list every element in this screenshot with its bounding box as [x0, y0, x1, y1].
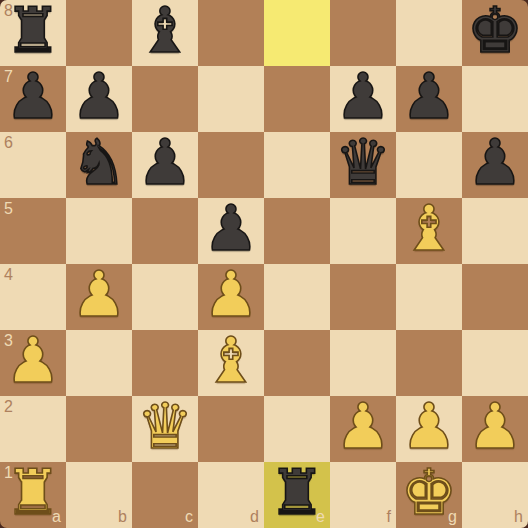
- piece-black-pawn[interactable]: ♟: [335, 64, 391, 130]
- square-b8[interactable]: [66, 0, 132, 66]
- square-c8[interactable]: ♝: [132, 0, 198, 66]
- piece-black-rook[interactable]: ♜: [5, 0, 61, 64]
- file-label-f: f: [387, 509, 391, 525]
- rank-label-4: 4: [4, 267, 13, 283]
- square-g7[interactable]: ♟: [396, 66, 462, 132]
- piece-white-pawn[interactable]: ♟: [5, 328, 61, 394]
- piece-white-pawn[interactable]: ♟: [203, 262, 259, 328]
- board-grid: ♜8♝♚♟7♟♟♟6♞♟♛♟5♟♝4♟♟♟3♝2♛♟♟♟♜1abcd♜ef♚gh: [0, 0, 528, 528]
- square-a7[interactable]: ♟7: [0, 66, 66, 132]
- square-g6[interactable]: [396, 132, 462, 198]
- piece-black-pawn[interactable]: ♟: [401, 64, 457, 130]
- square-h5[interactable]: [462, 198, 528, 264]
- piece-black-rook[interactable]: ♜: [269, 460, 325, 526]
- square-b3[interactable]: [66, 330, 132, 396]
- square-c1[interactable]: c: [132, 462, 198, 528]
- square-g5[interactable]: ♝: [396, 198, 462, 264]
- piece-white-pawn[interactable]: ♟: [467, 394, 523, 460]
- file-label-b: b: [118, 509, 127, 525]
- square-e5[interactable]: [264, 198, 330, 264]
- piece-white-pawn[interactable]: ♟: [71, 262, 127, 328]
- piece-black-queen[interactable]: ♛: [335, 130, 391, 196]
- square-f6[interactable]: ♛: [330, 132, 396, 198]
- square-a8[interactable]: ♜8: [0, 0, 66, 66]
- square-g1[interactable]: ♚g: [396, 462, 462, 528]
- square-a3[interactable]: ♟3: [0, 330, 66, 396]
- square-c5[interactable]: [132, 198, 198, 264]
- square-e1[interactable]: ♜e: [264, 462, 330, 528]
- piece-black-pawn[interactable]: ♟: [5, 64, 61, 130]
- square-g2[interactable]: ♟: [396, 396, 462, 462]
- square-b5[interactable]: [66, 198, 132, 264]
- rank-label-6: 6: [4, 135, 13, 151]
- square-h6[interactable]: ♟: [462, 132, 528, 198]
- piece-black-pawn[interactable]: ♟: [71, 64, 127, 130]
- square-f7[interactable]: ♟: [330, 66, 396, 132]
- square-c6[interactable]: ♟: [132, 132, 198, 198]
- square-f1[interactable]: f: [330, 462, 396, 528]
- square-d7[interactable]: [198, 66, 264, 132]
- square-a4[interactable]: 4: [0, 264, 66, 330]
- square-e4[interactable]: [264, 264, 330, 330]
- square-h2[interactable]: ♟: [462, 396, 528, 462]
- square-e7[interactable]: [264, 66, 330, 132]
- square-f3[interactable]: [330, 330, 396, 396]
- piece-white-rook[interactable]: ♜: [5, 460, 61, 526]
- square-a2[interactable]: 2: [0, 396, 66, 462]
- square-f8[interactable]: [330, 0, 396, 66]
- square-e8[interactable]: [264, 0, 330, 66]
- square-c2[interactable]: ♛: [132, 396, 198, 462]
- square-d5[interactable]: ♟: [198, 198, 264, 264]
- piece-white-king[interactable]: ♚: [401, 460, 457, 526]
- square-d2[interactable]: [198, 396, 264, 462]
- square-d4[interactable]: ♟: [198, 264, 264, 330]
- square-f5[interactable]: [330, 198, 396, 264]
- piece-white-pawn[interactable]: ♟: [335, 394, 391, 460]
- file-label-d: d: [250, 509, 259, 525]
- piece-black-pawn[interactable]: ♟: [467, 130, 523, 196]
- square-a1[interactable]: ♜1a: [0, 462, 66, 528]
- square-e3[interactable]: [264, 330, 330, 396]
- piece-black-knight[interactable]: ♞: [71, 130, 127, 196]
- square-f4[interactable]: [330, 264, 396, 330]
- square-d8[interactable]: [198, 0, 264, 66]
- file-label-c: c: [185, 509, 193, 525]
- piece-white-queen[interactable]: ♛: [137, 394, 193, 460]
- square-h1[interactable]: h: [462, 462, 528, 528]
- square-h3[interactable]: [462, 330, 528, 396]
- square-e6[interactable]: [264, 132, 330, 198]
- square-b1[interactable]: b: [66, 462, 132, 528]
- square-g4[interactable]: [396, 264, 462, 330]
- square-b6[interactable]: ♞: [66, 132, 132, 198]
- rank-label-2: 2: [4, 399, 13, 415]
- piece-black-king[interactable]: ♚: [467, 0, 523, 64]
- square-a6[interactable]: 6: [0, 132, 66, 198]
- square-d3[interactable]: ♝: [198, 330, 264, 396]
- piece-white-pawn[interactable]: ♟: [401, 394, 457, 460]
- square-a5[interactable]: 5: [0, 198, 66, 264]
- piece-black-pawn[interactable]: ♟: [203, 196, 259, 262]
- square-h7[interactable]: [462, 66, 528, 132]
- square-h8[interactable]: ♚: [462, 0, 528, 66]
- square-g3[interactable]: [396, 330, 462, 396]
- rank-label-5: 5: [4, 201, 13, 217]
- chess-board: ♜8♝♚♟7♟♟♟6♞♟♛♟5♟♝4♟♟♟3♝2♛♟♟♟♜1abcd♜ef♚gh: [0, 0, 528, 528]
- square-c4[interactable]: [132, 264, 198, 330]
- square-g8[interactable]: [396, 0, 462, 66]
- square-e2[interactable]: [264, 396, 330, 462]
- square-c3[interactable]: [132, 330, 198, 396]
- square-c7[interactable]: [132, 66, 198, 132]
- square-b2[interactable]: [66, 396, 132, 462]
- square-f2[interactable]: ♟: [330, 396, 396, 462]
- square-b7[interactable]: ♟: [66, 66, 132, 132]
- file-label-h: h: [514, 509, 523, 525]
- piece-black-pawn[interactable]: ♟: [137, 130, 193, 196]
- square-d1[interactable]: d: [198, 462, 264, 528]
- square-d6[interactable]: [198, 132, 264, 198]
- piece-white-bishop[interactable]: ♝: [401, 196, 457, 262]
- square-h4[interactable]: [462, 264, 528, 330]
- piece-black-bishop[interactable]: ♝: [137, 0, 193, 64]
- square-b4[interactable]: ♟: [66, 264, 132, 330]
- piece-white-bishop[interactable]: ♝: [203, 328, 259, 394]
